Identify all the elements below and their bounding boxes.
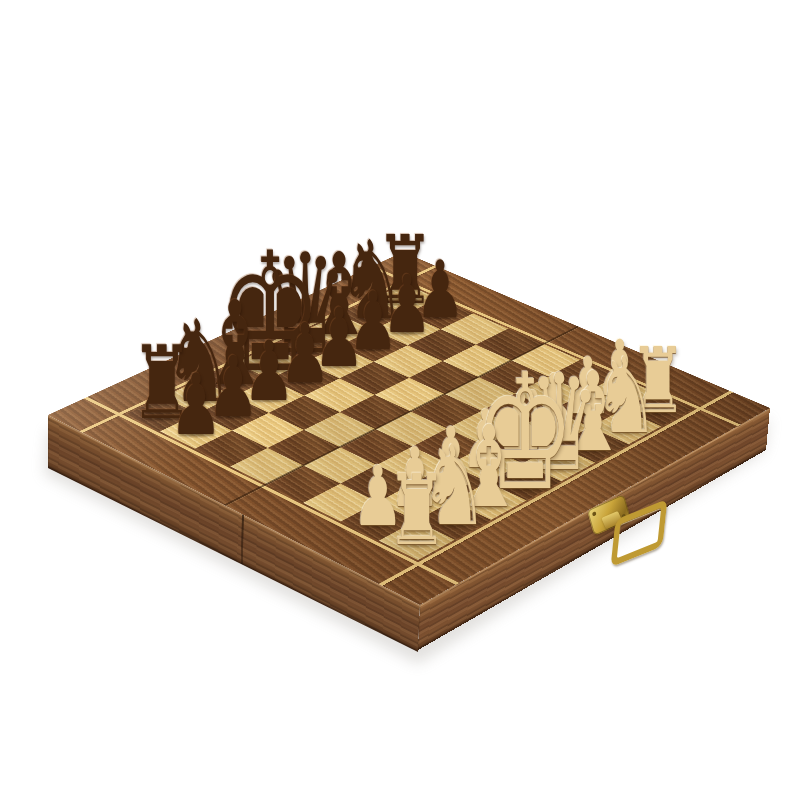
chess-box-product-photo: ♜♞♝♛♚♝♞♜♟♟♟♟♟♟♟♟♟♟♟♟♟♟♟♟♜♞♝♛♚♝♞♜ — [0, 0, 792, 792]
fold-seam-side — [241, 514, 244, 565]
brass-latch — [585, 490, 680, 570]
